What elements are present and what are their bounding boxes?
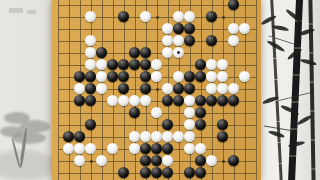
white-stone	[239, 71, 250, 82]
black-stone	[228, 95, 239, 106]
black-stone	[129, 47, 140, 58]
white-stone	[151, 131, 162, 142]
star-point	[90, 160, 93, 163]
grid-line-horizontal	[58, 29, 257, 30]
bamboo-stalk	[288, 0, 303, 180]
white-stone	[107, 95, 118, 106]
white-stone	[173, 35, 184, 46]
black-stone	[151, 143, 162, 154]
white-stone	[206, 59, 217, 70]
bamboo-leaf	[266, 39, 285, 52]
white-stone	[151, 71, 162, 82]
black-stone	[195, 107, 206, 118]
white-stone	[140, 11, 151, 22]
white-stone	[85, 143, 96, 154]
bamboo-background	[258, 0, 320, 180]
black-stone	[118, 11, 129, 22]
white-stone	[85, 47, 96, 58]
white-stone	[184, 143, 195, 154]
black-stone	[206, 35, 217, 46]
black-stone	[129, 107, 140, 118]
white-stone	[107, 143, 118, 154]
black-stone	[195, 167, 206, 178]
black-stone	[140, 47, 151, 58]
black-stone	[206, 95, 217, 106]
black-stone	[217, 119, 228, 130]
white-stone	[184, 131, 195, 142]
black-stone	[85, 83, 96, 94]
white-stone	[217, 59, 228, 70]
black-stone	[184, 83, 195, 94]
white-stone	[195, 143, 206, 154]
black-stone	[129, 59, 140, 70]
black-stone	[74, 95, 85, 106]
white-stone	[239, 23, 250, 34]
tree-foliage	[20, 120, 50, 133]
black-stone	[217, 131, 228, 142]
star-point	[156, 16, 159, 19]
black-stone	[118, 71, 129, 82]
white-stone	[162, 23, 173, 34]
star-point	[222, 16, 225, 19]
white-stone	[129, 95, 140, 106]
bamboo-leaf	[300, 58, 317, 66]
black-stone	[140, 83, 151, 94]
black-stone	[173, 23, 184, 34]
black-stone	[140, 71, 151, 82]
black-stone	[140, 167, 151, 178]
black-stone	[162, 167, 173, 178]
black-stone	[118, 167, 129, 178]
black-stone	[184, 35, 195, 46]
black-stone	[228, 155, 239, 166]
grid-line-vertical	[58, 0, 59, 180]
black-stone	[217, 95, 228, 106]
white-stone	[217, 71, 228, 82]
white-stone	[173, 131, 184, 142]
white-stone	[184, 107, 195, 118]
black-stone	[162, 95, 173, 106]
ink-landscape-background	[0, 0, 60, 180]
white-stone	[96, 71, 107, 82]
white-stone	[74, 83, 85, 94]
black-stone	[184, 71, 195, 82]
white-stone	[206, 71, 217, 82]
white-stone	[228, 23, 239, 34]
black-stone	[173, 95, 184, 106]
black-stone	[228, 0, 239, 10]
black-stone	[107, 71, 118, 82]
ink-wash-ground	[0, 150, 58, 180]
white-stone	[184, 119, 195, 130]
black-stone	[184, 23, 195, 34]
white-stone	[85, 35, 96, 46]
white-stone	[173, 71, 184, 82]
black-stone	[140, 59, 151, 70]
black-stone	[195, 95, 206, 106]
star-point	[222, 160, 225, 163]
white-stone	[85, 59, 96, 70]
black-stone	[74, 71, 85, 82]
calligraphy-mark	[9, 8, 23, 13]
black-stone	[140, 155, 151, 166]
white-stone	[118, 95, 129, 106]
white-stone	[63, 143, 74, 154]
white-stone	[151, 59, 162, 70]
white-stone	[129, 131, 140, 142]
black-stone	[195, 155, 206, 166]
black-stone	[195, 59, 206, 70]
white-stone	[206, 155, 217, 166]
black-stone	[151, 167, 162, 178]
calligraphy-mark	[27, 10, 36, 14]
black-stone	[195, 119, 206, 130]
white-stone	[184, 95, 195, 106]
black-stone	[184, 167, 195, 178]
white-stone	[162, 155, 173, 166]
go-game-frame	[0, 0, 320, 180]
black-stone	[162, 143, 173, 154]
white-stone	[151, 107, 162, 118]
white-stone	[162, 47, 173, 58]
white-stone	[140, 95, 151, 106]
black-stone	[140, 143, 151, 154]
white-stone	[206, 83, 217, 94]
black-stone	[151, 155, 162, 166]
white-stone	[173, 11, 184, 22]
black-stone	[162, 119, 173, 130]
white-stone	[162, 131, 173, 142]
white-stone	[228, 35, 239, 46]
white-stone	[173, 47, 184, 58]
white-stone	[228, 83, 239, 94]
white-stone	[217, 83, 228, 94]
black-stone	[206, 11, 217, 22]
grid-line-vertical	[256, 0, 257, 180]
white-stone	[140, 131, 151, 142]
white-stone	[162, 35, 173, 46]
white-stone	[129, 143, 140, 154]
bamboo-stalk	[308, 0, 315, 180]
white-stone	[96, 155, 107, 166]
white-stone	[96, 83, 107, 94]
white-stone	[184, 11, 195, 22]
white-stone	[74, 143, 85, 154]
white-stone	[85, 11, 96, 22]
black-stone	[85, 71, 96, 82]
last-move-marker	[177, 51, 180, 54]
black-stone	[63, 131, 74, 142]
white-stone	[162, 83, 173, 94]
black-stone	[173, 83, 184, 94]
black-stone	[85, 95, 96, 106]
black-stone	[74, 131, 85, 142]
black-stone	[118, 59, 129, 70]
black-stone	[96, 47, 107, 58]
grid-line-horizontal	[58, 5, 257, 6]
black-stone	[85, 119, 96, 130]
white-stone	[74, 155, 85, 166]
star-point	[156, 88, 159, 91]
go-board[interactable]	[52, 0, 261, 180]
black-stone	[107, 59, 118, 70]
black-stone	[118, 83, 129, 94]
tree-foliage	[12, 132, 46, 144]
white-stone	[96, 59, 107, 70]
black-stone	[195, 71, 206, 82]
